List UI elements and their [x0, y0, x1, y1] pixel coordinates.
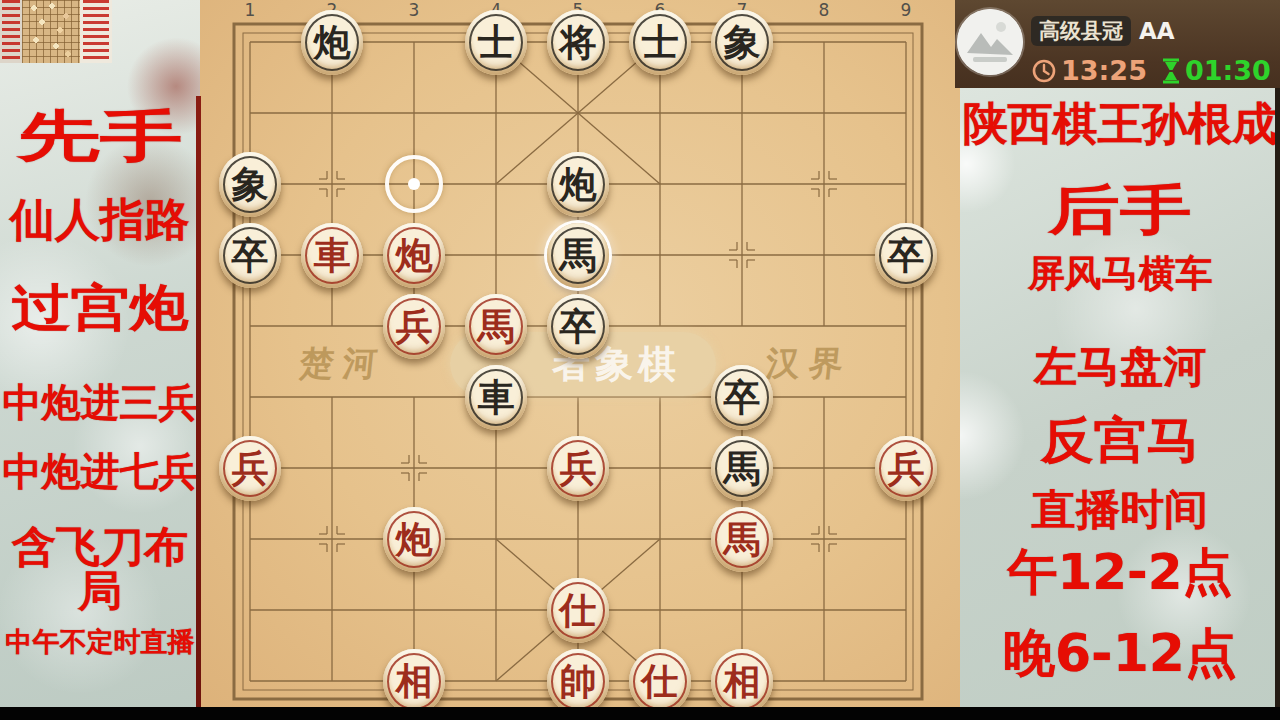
right-caption-opponent: 陕西棋王孙根成	[960, 100, 1280, 147]
file-coordinate-8: 8	[812, 0, 836, 20]
right-sidebar: 陕西棋王孙根成 后手 屏风马横车 左马盘河 反宫马 直播时间 午12-2点 晚6…	[960, 88, 1280, 720]
thumbnail-left-text	[0, 0, 22, 63]
left-caption-opening-4: 中炮进七兵	[0, 452, 200, 493]
piece-glyph: 士	[642, 18, 679, 68]
left-caption-opening-2: 过宫炮	[0, 282, 218, 335]
left-caption-opening-3: 中炮进三兵	[0, 383, 200, 424]
piece-glyph: 相	[396, 657, 433, 707]
left-caption-opening-1: 仙人指路	[0, 196, 200, 243]
thumbnail-right-text	[80, 0, 112, 63]
piece-red-炮-3-7[interactable]: 炮	[383, 507, 445, 572]
right-caption-opening-1: 屏风马横车	[960, 255, 1280, 294]
piece-glyph: 士	[478, 18, 515, 68]
file-coordinate-1: 1	[238, 0, 262, 20]
piece-red-炮-3-3[interactable]: 炮	[383, 223, 445, 288]
piece-glyph: 卒	[232, 231, 269, 281]
piece-glyph: 卒	[724, 373, 761, 423]
piece-red-帥-5-9[interactable]: 帥	[547, 649, 609, 714]
piece-glyph: 帥	[560, 657, 597, 707]
piece-red-兵-9-6[interactable]: 兵	[875, 436, 937, 501]
mountain-avatar-icon	[957, 9, 1023, 75]
piece-black-車-4-5[interactable]: 車	[465, 365, 527, 430]
left-separator-strip	[196, 96, 201, 707]
piece-black-士-6-0[interactable]: 士	[629, 10, 691, 75]
piece-glyph: 車	[314, 231, 351, 281]
piece-black-炮-5-2[interactable]: 炮	[547, 152, 609, 217]
piece-glyph: 兵	[396, 302, 433, 352]
piece-glyph: 炮	[396, 231, 433, 281]
xiangqi-board[interactable]: 123456789 楚河 汉界 者象棋 炮士将士象象炮卒車炮馬卒兵馬卒車卒兵兵馬…	[200, 0, 960, 707]
player-avatar[interactable]	[957, 9, 1023, 75]
piece-black-卒-9-3[interactable]: 卒	[875, 223, 937, 288]
right-caption-live-time-evening: 晚6-12点	[960, 626, 1280, 681]
player-name: AA	[1139, 18, 1175, 44]
rank-badge: 高级县冠	[1031, 16, 1131, 46]
right-caption-live-time-title: 直播时间	[952, 488, 1280, 532]
piece-glyph: 炮	[396, 515, 433, 565]
piece-glyph: 象	[232, 160, 269, 210]
right-caption-opening-3: 反宫马	[947, 415, 1280, 466]
piece-glyph: 将	[560, 18, 597, 68]
piece-black-士-4-0[interactable]: 士	[465, 10, 527, 75]
piece-glyph: 馬	[478, 302, 515, 352]
piece-black-卒-1-3[interactable]: 卒	[219, 223, 281, 288]
piece-glyph: 馬	[724, 515, 761, 565]
file-coordinate-9: 9	[894, 0, 918, 20]
clock-icon	[1031, 58, 1057, 84]
piece-black-卒-5-4[interactable]: 卒	[547, 294, 609, 359]
piece-black-炮-2-0[interactable]: 炮	[301, 10, 363, 75]
left-caption-opening-5: 含飞刀布局	[0, 525, 205, 613]
main-time: 13:25	[1061, 55, 1147, 86]
right-caption-live-time-noon: 午12-2点	[960, 546, 1280, 599]
piece-glyph: 卒	[888, 231, 925, 281]
piece-black-将-5-0[interactable]: 将	[547, 10, 609, 75]
piece-red-馬-7-7[interactable]: 馬	[711, 507, 773, 572]
piece-glyph: 兵	[560, 444, 597, 494]
piece-red-馬-4-4[interactable]: 馬	[465, 294, 527, 359]
piece-red-兵-5-6[interactable]: 兵	[547, 436, 609, 501]
hourglass-icon	[1161, 58, 1181, 84]
piece-glyph: 仕	[560, 586, 597, 636]
piece-glyph: 卒	[560, 302, 597, 352]
right-caption-opening-2: 左马盘河	[960, 344, 1280, 389]
piece-red-兵-3-4[interactable]: 兵	[383, 294, 445, 359]
river-label-han: 汉界	[764, 341, 855, 387]
move-time: 01:30	[1185, 55, 1271, 86]
player-panel: 高级县冠 AA 13:25 01:30	[955, 0, 1280, 88]
right-caption-second-move: 后手	[904, 182, 1280, 238]
piece-glyph: 象	[724, 18, 761, 68]
piece-black-卒-7-5[interactable]: 卒	[711, 365, 773, 430]
piece-glyph: 車	[478, 373, 515, 423]
left-sidebar: 先手 仙人指路 过宫炮 中炮进三兵 中炮进七兵 含飞刀布局 中午不定时直播	[0, 0, 200, 720]
piece-glyph: 馬	[724, 444, 761, 494]
piece-red-仕-5-8[interactable]: 仕	[547, 578, 609, 643]
piece-red-車-2-3[interactable]: 車	[301, 223, 363, 288]
piece-black-象-1-2[interactable]: 象	[219, 152, 281, 217]
piece-glyph: 兵	[232, 444, 269, 494]
piece-black-馬-7-6[interactable]: 馬	[711, 436, 773, 501]
piece-red-仕-6-9[interactable]: 仕	[629, 649, 691, 714]
piece-red-相-7-9[interactable]: 相	[711, 649, 773, 714]
stage: 先手 仙人指路 过宫炮 中炮进三兵 中炮进七兵 含飞刀布局 中午不定时直播 12…	[0, 0, 1280, 720]
piece-glyph: 兵	[888, 444, 925, 494]
file-coordinate-3: 3	[402, 0, 426, 20]
piece-glyph: 炮	[560, 160, 597, 210]
piece-glyph: 炮	[314, 18, 351, 68]
move-target-marker	[385, 155, 443, 213]
bottom-letterbox-bar	[0, 707, 1280, 720]
timer-row: 13:25 01:30	[1031, 55, 1271, 86]
piece-glyph: 仕	[642, 657, 679, 707]
piece-black-馬-5-3[interactable]: 馬	[547, 223, 609, 288]
piece-glyph: 相	[724, 657, 761, 707]
thumbnail-mini-board	[22, 0, 80, 63]
river-label-chu: 楚河	[298, 341, 389, 387]
left-caption-schedule-note: 中午不定时直播	[0, 628, 200, 656]
piece-red-兵-1-6[interactable]: 兵	[219, 436, 281, 501]
piece-black-象-7-0[interactable]: 象	[711, 10, 773, 75]
piece-red-相-3-9[interactable]: 相	[383, 649, 445, 714]
opening-diagram-thumbnail	[0, 0, 112, 63]
right-edge-strip	[1275, 88, 1280, 720]
piece-glyph: 馬	[560, 231, 597, 281]
